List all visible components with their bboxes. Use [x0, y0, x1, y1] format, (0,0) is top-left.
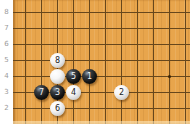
grid-line-vertical — [105, 0, 106, 124]
grid-line-vertical — [121, 0, 122, 124]
grid-line-vertical — [25, 0, 26, 124]
stone-white-move-4[interactable]: 4 — [66, 85, 81, 100]
row-label: 8 — [0, 8, 13, 16]
grid-line-vertical — [137, 0, 138, 124]
stone-white-setup[interactable] — [50, 69, 65, 84]
grid-line-horizontal — [13, 12, 190, 13]
stone-black-move-3[interactable]: 3 — [50, 85, 65, 100]
grid-line-horizontal — [13, 76, 190, 77]
grid-line-vertical — [73, 0, 74, 124]
star-point — [168, 75, 171, 78]
grid-line-vertical — [185, 0, 186, 124]
grid-line-vertical — [153, 0, 154, 124]
go-board[interactable]: 85173426 — [13, 0, 190, 124]
row-label: 7 — [0, 24, 13, 32]
row-label: 4 — [0, 72, 13, 80]
grid-line-vertical — [41, 0, 42, 124]
stone-black-move-7[interactable]: 7 — [34, 85, 49, 100]
grid-line-horizontal — [13, 28, 190, 29]
row-label: 6 — [0, 40, 13, 48]
row-label: 2 — [0, 104, 13, 112]
grid-line-horizontal — [13, 108, 190, 109]
grid-line-horizontal — [13, 60, 190, 61]
row-label: 5 — [0, 56, 13, 64]
stone-white-move-6[interactable]: 6 — [50, 101, 65, 116]
stone-black-move-1[interactable]: 1 — [82, 69, 97, 84]
grid-line-vertical — [89, 0, 90, 124]
stone-white-move-2[interactable]: 2 — [114, 85, 129, 100]
go-problem-diagram: 8765432 85173426 — [0, 0, 190, 124]
stone-white-move-8[interactable]: 8 — [50, 53, 65, 68]
stone-black-move-5[interactable]: 5 — [66, 69, 81, 84]
grid-line-horizontal — [13, 44, 190, 45]
row-label: 3 — [0, 88, 13, 96]
grid-line-vertical — [169, 0, 170, 124]
